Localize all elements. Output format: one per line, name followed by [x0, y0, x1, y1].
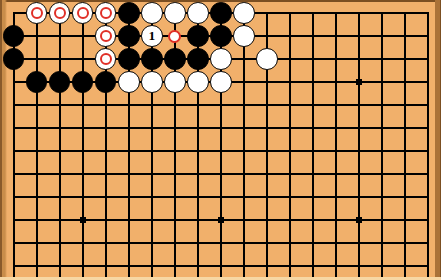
white-stone — [164, 71, 186, 93]
red-ring-mark — [31, 7, 43, 19]
white-stone-circled — [26, 2, 48, 24]
black-stone — [187, 48, 209, 70]
red-ring-mark — [77, 7, 89, 19]
white-stone — [210, 71, 232, 93]
black-stone — [118, 48, 140, 70]
go-board-diagram: 1 — [0, 0, 441, 280]
white-stone — [187, 71, 209, 93]
black-stone — [95, 71, 117, 93]
white-stone — [118, 71, 140, 93]
star-point — [218, 217, 224, 223]
red-ring-mark — [100, 53, 112, 65]
black-stone — [3, 25, 25, 47]
grid-vline — [82, 12, 84, 277]
grid-vline — [427, 12, 429, 277]
grid-vline — [312, 12, 314, 277]
white-stone — [256, 48, 278, 70]
grid-vline — [289, 12, 291, 277]
grid-vline — [381, 12, 383, 277]
grid-vline — [335, 12, 337, 277]
white-stone — [141, 2, 163, 24]
white-stone — [187, 2, 209, 24]
red-circle-marker — [168, 30, 181, 43]
white-stone-circled — [72, 2, 94, 24]
star-point — [356, 217, 362, 223]
black-stone — [3, 48, 25, 70]
white-stone-circled — [95, 48, 117, 70]
grid-vline — [358, 12, 360, 277]
grid-vline — [404, 12, 406, 277]
red-ring-mark — [100, 7, 112, 19]
black-stone — [141, 48, 163, 70]
black-stone — [118, 25, 140, 47]
white-stone-circled — [49, 2, 71, 24]
board-frame-right — [435, 0, 441, 280]
move-number-label: 1 — [148, 29, 155, 43]
black-stone — [72, 71, 94, 93]
black-stone — [26, 71, 48, 93]
grid-vline — [36, 12, 38, 277]
black-stone — [210, 2, 232, 24]
white-stone — [141, 71, 163, 93]
black-stone — [118, 2, 140, 24]
white-stone-circled — [95, 2, 117, 24]
black-stone — [164, 48, 186, 70]
black-stone — [210, 25, 232, 47]
grid-vline — [59, 12, 61, 277]
grid-vline — [243, 12, 245, 277]
white-stone — [210, 48, 232, 70]
red-ring-mark — [54, 7, 66, 19]
red-ring-mark — [100, 30, 112, 42]
black-stone — [49, 71, 71, 93]
white-stone — [164, 2, 186, 24]
star-point — [80, 217, 86, 223]
white-stone-move-1: 1 — [141, 25, 163, 47]
black-stone — [187, 25, 209, 47]
white-stone — [233, 25, 255, 47]
white-stone-circled — [95, 25, 117, 47]
white-stone — [233, 2, 255, 24]
star-point — [356, 79, 362, 85]
